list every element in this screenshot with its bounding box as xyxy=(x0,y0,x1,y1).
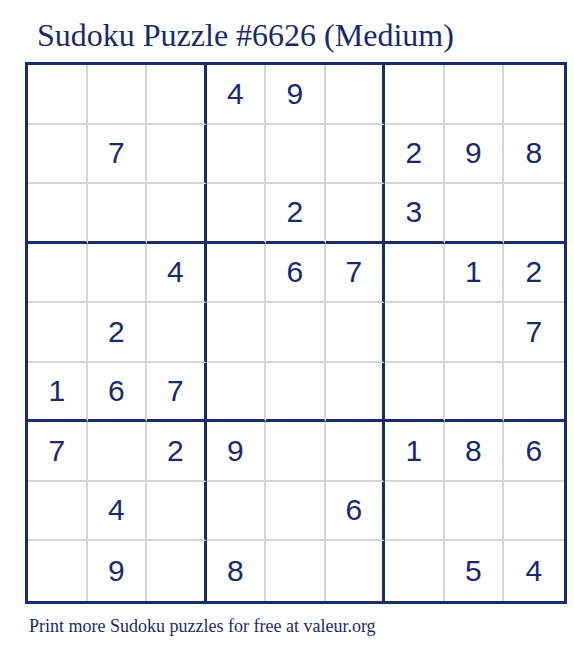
sudoku-cell xyxy=(504,65,564,125)
sudoku-cell xyxy=(385,303,445,363)
sudoku-cell: 9 xyxy=(445,125,505,185)
sudoku-cell xyxy=(445,184,505,244)
sudoku-cell xyxy=(28,184,88,244)
sudoku-cell: 7 xyxy=(326,244,386,304)
sudoku-cell xyxy=(385,244,445,304)
sudoku-cell: 2 xyxy=(385,125,445,185)
sudoku-cell xyxy=(326,422,386,482)
sudoku-cell: 2 xyxy=(504,244,564,304)
sudoku-cell xyxy=(147,184,207,244)
sudoku-cell: 4 xyxy=(147,244,207,304)
sudoku-cell: 7 xyxy=(88,125,148,185)
sudoku-cell xyxy=(326,125,386,185)
sudoku-cell xyxy=(504,184,564,244)
sudoku-cell xyxy=(445,363,505,423)
sudoku-cell xyxy=(385,482,445,542)
sudoku-cell xyxy=(266,125,326,185)
sudoku-cell xyxy=(147,303,207,363)
sudoku-cell xyxy=(266,482,326,542)
sudoku-cell xyxy=(326,184,386,244)
sudoku-cell: 6 xyxy=(88,363,148,423)
sudoku-cell xyxy=(266,363,326,423)
sudoku-cell xyxy=(28,482,88,542)
sudoku-cell xyxy=(445,303,505,363)
sudoku-cell: 8 xyxy=(207,541,267,601)
sudoku-cell: 2 xyxy=(266,184,326,244)
sudoku-cell xyxy=(266,541,326,601)
sudoku-cell xyxy=(445,65,505,125)
sudoku-cell xyxy=(504,363,564,423)
sudoku-cell: 2 xyxy=(88,303,148,363)
sudoku-cell: 9 xyxy=(88,541,148,601)
sudoku-cell: 8 xyxy=(504,125,564,185)
sudoku-cell xyxy=(385,363,445,423)
sudoku-cell xyxy=(385,541,445,601)
sudoku-cell: 4 xyxy=(88,482,148,542)
sudoku-cell xyxy=(207,184,267,244)
sudoku-cell xyxy=(326,541,386,601)
sudoku-cell xyxy=(326,303,386,363)
sudoku-cell: 6 xyxy=(266,244,326,304)
sudoku-cell xyxy=(147,125,207,185)
sudoku-cell: 4 xyxy=(207,65,267,125)
sudoku-cell: 6 xyxy=(326,482,386,542)
sudoku-cell: 7 xyxy=(504,303,564,363)
sudoku-cell xyxy=(88,244,148,304)
sudoku-cell xyxy=(147,482,207,542)
sudoku-cell xyxy=(28,125,88,185)
sudoku-cell xyxy=(88,65,148,125)
sudoku-cell: 2 xyxy=(147,422,207,482)
sudoku-cell: 1 xyxy=(28,363,88,423)
sudoku-cell: 3 xyxy=(385,184,445,244)
sudoku-cell xyxy=(207,303,267,363)
sudoku-cell xyxy=(147,65,207,125)
sudoku-cell: 9 xyxy=(207,422,267,482)
sudoku-cell: 9 xyxy=(266,65,326,125)
sudoku-cell xyxy=(88,184,148,244)
sudoku-cell xyxy=(326,65,386,125)
sudoku-cell: 4 xyxy=(504,541,564,601)
sudoku-cell xyxy=(28,244,88,304)
sudoku-cell xyxy=(385,65,445,125)
sudoku-cell xyxy=(266,422,326,482)
sudoku-cell xyxy=(147,541,207,601)
sudoku-cell xyxy=(207,125,267,185)
sudoku-cell: 6 xyxy=(504,422,564,482)
sudoku-cell: 7 xyxy=(28,422,88,482)
sudoku-cell xyxy=(28,303,88,363)
sudoku-cell xyxy=(207,244,267,304)
sudoku-cell xyxy=(207,363,267,423)
sudoku-cell: 1 xyxy=(385,422,445,482)
sudoku-cell xyxy=(445,482,505,542)
sudoku-cell: 8 xyxy=(445,422,505,482)
sudoku-cell xyxy=(326,363,386,423)
sudoku-board: 497298234671227167729186469854 xyxy=(25,62,567,604)
sudoku-cell xyxy=(207,482,267,542)
sudoku-cell xyxy=(266,303,326,363)
sudoku-cell: 7 xyxy=(147,363,207,423)
footer-text: Print more Sudoku puzzles for free at va… xyxy=(29,617,376,637)
sudoku-cell xyxy=(28,65,88,125)
sudoku-cell xyxy=(504,482,564,542)
sudoku-cell: 1 xyxy=(445,244,505,304)
sudoku-cell xyxy=(88,422,148,482)
sudoku-cell xyxy=(28,541,88,601)
page-root: { "game": "sudoku", "title": "Sudoku Puz… xyxy=(0,0,574,651)
page-title: Sudoku Puzzle #6626 (Medium) xyxy=(37,18,454,53)
sudoku-cell: 5 xyxy=(445,541,505,601)
